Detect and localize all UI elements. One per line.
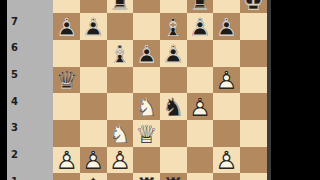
square-f5[interactable] <box>187 67 214 94</box>
white-pawn-glyph-fill: ♟ <box>80 148 107 175</box>
square-f2[interactable] <box>187 147 214 174</box>
square-f6[interactable] <box>187 40 214 67</box>
square-a7[interactable]: ♟♙ <box>53 13 80 40</box>
black-pawn-e6[interactable]: ♟♙ <box>160 40 187 67</box>
square-c8[interactable]: ♜♖ <box>107 0 134 13</box>
black-knight-e4[interactable]: ♞♘ <box>160 93 187 120</box>
white-knight-d4[interactable]: ♞♘ <box>133 93 160 120</box>
black-pawn-glyph-outline: ♙ <box>53 14 80 41</box>
black-rook-glyph-fill: ♜ <box>107 0 134 14</box>
square-e3[interactable] <box>160 120 187 147</box>
white-knight-glyph-fill: ♞ <box>107 121 134 148</box>
black-pawn-f7[interactable]: ♟♙ <box>187 13 214 40</box>
square-h1[interactable] <box>240 173 267 180</box>
black-pawn-d6[interactable]: ♟♙ <box>133 40 160 67</box>
black-pawn-glyph-fill: ♟ <box>160 41 187 68</box>
black-pawn-glyph-outline: ♙ <box>187 14 214 41</box>
square-b5[interactable] <box>80 67 107 94</box>
white-queen-glyph-fill: ♛ <box>133 121 160 148</box>
chess-board: ♜♖♜♖♚♔♟♙♟♙♝♗♟♙♟♙♝♗♟♙♟♙♛♕♟♙♞♘♞♘♟♙♞♘♛♕♟♙♟♙… <box>53 0 266 180</box>
board-right-edge <box>267 0 271 180</box>
square-b6[interactable] <box>80 40 107 67</box>
black-knight-glyph-outline: ♘ <box>160 94 187 121</box>
white-pawn-glyph-outline: ♙ <box>80 148 107 175</box>
square-a4[interactable] <box>53 93 80 120</box>
square-h8[interactable]: ♚♔ <box>240 0 267 13</box>
rank-label-8: 8 <box>8 0 21 1</box>
black-queen-glyph-outline: ♕ <box>53 68 80 95</box>
rank-label-4: 4 <box>8 96 21 108</box>
black-pawn-g7[interactable]: ♟♙ <box>213 13 240 40</box>
square-h3[interactable] <box>240 120 267 147</box>
square-d3[interactable]: ♛♕ <box>133 120 160 147</box>
black-rook-c8[interactable]: ♜♖ <box>107 0 134 13</box>
black-pawn-b7[interactable]: ♟♙ <box>80 13 107 40</box>
black-pawn-glyph-fill: ♟ <box>53 14 80 41</box>
square-c1[interactable] <box>107 173 134 180</box>
white-rook-glyph-outline: ♖ <box>133 174 160 180</box>
square-c2[interactable]: ♟♙ <box>107 147 134 174</box>
square-c3[interactable]: ♞♘ <box>107 120 134 147</box>
white-rook-e1[interactable]: ♜♖ <box>160 173 187 180</box>
white-knight-c3[interactable]: ♞♘ <box>107 120 134 147</box>
black-pawn-glyph-fill: ♟ <box>80 14 107 41</box>
rank-label-3: 3 <box>8 122 21 134</box>
black-pawn-glyph-fill: ♟ <box>133 41 160 68</box>
white-pawn-glyph-outline: ♙ <box>107 148 134 175</box>
white-king-glyph-outline: ♔ <box>80 174 107 180</box>
square-d4[interactable]: ♞♘ <box>133 93 160 120</box>
white-pawn-glyph-outline: ♙ <box>53 148 80 175</box>
black-bishop-glyph-outline: ♗ <box>107 41 134 68</box>
white-pawn-glyph-fill: ♟ <box>53 148 80 175</box>
square-c6[interactable]: ♝♗ <box>107 40 134 67</box>
white-pawn-glyph-outline: ♙ <box>213 68 240 95</box>
white-pawn-glyph-fill: ♟ <box>187 94 214 121</box>
square-b1[interactable]: ♚♔ <box>80 173 107 180</box>
square-c5[interactable] <box>107 67 134 94</box>
square-d1[interactable]: ♜♖ <box>133 173 160 180</box>
square-b8[interactable] <box>80 0 107 13</box>
square-f3[interactable] <box>187 120 214 147</box>
black-pawn-glyph-outline: ♙ <box>160 41 187 68</box>
black-queen-glyph-fill: ♛ <box>53 68 80 95</box>
black-pawn-glyph-outline: ♙ <box>213 14 240 41</box>
white-rook-glyph-fill: ♜ <box>133 174 160 180</box>
rank-label-1: 1 <box>8 176 21 180</box>
square-d8[interactable] <box>133 0 160 13</box>
square-h4[interactable] <box>240 93 267 120</box>
square-d7[interactable] <box>133 13 160 40</box>
square-h7[interactable] <box>240 13 267 40</box>
white-pawn-b2[interactable]: ♟♙ <box>80 147 107 174</box>
white-pawn-glyph-fill: ♟ <box>213 68 240 95</box>
black-rook-f8[interactable]: ♜♖ <box>187 0 214 13</box>
rank-label-5: 5 <box>8 69 21 81</box>
white-rook-glyph-outline: ♖ <box>160 174 187 180</box>
square-g3[interactable] <box>213 120 240 147</box>
black-rook-glyph-outline: ♖ <box>107 0 134 14</box>
black-king-h8[interactable]: ♚♔ <box>240 0 267 13</box>
black-queen-a5[interactable]: ♛♕ <box>53 67 80 94</box>
square-g7[interactable]: ♟♙ <box>213 13 240 40</box>
black-bishop-glyph-outline: ♗ <box>160 14 187 41</box>
white-pawn-g5[interactable]: ♟♙ <box>213 67 240 94</box>
white-pawn-glyph-fill: ♟ <box>107 148 134 175</box>
black-king-glyph-fill: ♚ <box>240 0 267 14</box>
square-e8[interactable] <box>160 0 187 13</box>
black-pawn-glyph-outline: ♙ <box>80 14 107 41</box>
white-queen-d3[interactable]: ♛♕ <box>133 120 160 147</box>
black-pawn-a7[interactable]: ♟♙ <box>53 13 80 40</box>
white-knight-glyph-fill: ♞ <box>133 94 160 121</box>
square-g8[interactable] <box>213 0 240 13</box>
square-a2[interactable]: ♟♙ <box>53 147 80 174</box>
white-knight-glyph-outline: ♘ <box>133 94 160 121</box>
square-h6[interactable] <box>240 40 267 67</box>
square-b7[interactable]: ♟♙ <box>80 13 107 40</box>
black-bishop-c6[interactable]: ♝♗ <box>107 40 134 67</box>
white-knight-glyph-outline: ♘ <box>107 121 134 148</box>
square-a8[interactable] <box>53 0 80 13</box>
white-pawn-c2[interactable]: ♟♙ <box>107 147 134 174</box>
square-g2[interactable]: ♟♙ <box>213 147 240 174</box>
white-king-glyph-fill: ♚ <box>80 174 107 180</box>
black-pawn-glyph-fill: ♟ <box>213 14 240 41</box>
square-d2[interactable] <box>133 147 160 174</box>
black-pawn-glyph-outline: ♙ <box>133 41 160 68</box>
white-queen-glyph-outline: ♕ <box>133 121 160 148</box>
rank-label-2: 2 <box>8 149 21 161</box>
square-a1[interactable] <box>53 173 80 180</box>
white-rook-d1[interactable]: ♜♖ <box>133 173 160 180</box>
black-king-glyph-outline: ♔ <box>240 0 267 14</box>
square-b4[interactable] <box>80 93 107 120</box>
white-pawn-g2[interactable]: ♟♙ <box>213 147 240 174</box>
black-pawn-glyph-fill: ♟ <box>187 14 214 41</box>
square-f4[interactable]: ♟♙ <box>187 93 214 120</box>
black-bishop-glyph-fill: ♝ <box>107 41 134 68</box>
white-pawn-f4[interactable]: ♟♙ <box>187 93 214 120</box>
square-a6[interactable] <box>53 40 80 67</box>
rank-label-7: 7 <box>8 16 21 28</box>
square-c4[interactable] <box>107 93 134 120</box>
square-f7[interactable]: ♟♙ <box>187 13 214 40</box>
white-pawn-glyph-outline: ♙ <box>213 148 240 175</box>
square-g1[interactable] <box>213 173 240 180</box>
square-e7[interactable]: ♝♗ <box>160 13 187 40</box>
white-pawn-glyph-outline: ♙ <box>187 94 214 121</box>
square-e1[interactable]: ♜♖ <box>160 173 187 180</box>
square-a5[interactable]: ♛♕ <box>53 67 80 94</box>
white-pawn-glyph-fill: ♟ <box>213 148 240 175</box>
square-a3[interactable] <box>53 120 80 147</box>
black-rook-glyph-fill: ♜ <box>187 0 214 14</box>
black-bishop-e7[interactable]: ♝♗ <box>160 13 187 40</box>
black-bishop-glyph-fill: ♝ <box>160 14 187 41</box>
white-king-b1[interactable]: ♚♔ <box>80 173 107 180</box>
square-h5[interactable] <box>240 67 267 94</box>
rank-label-6: 6 <box>8 42 21 54</box>
square-g5[interactable]: ♟♙ <box>213 67 240 94</box>
black-rook-glyph-outline: ♖ <box>187 0 214 14</box>
square-d5[interactable] <box>133 67 160 94</box>
square-f8[interactable]: ♜♖ <box>187 0 214 13</box>
square-g6[interactable] <box>213 40 240 67</box>
square-e2[interactable] <box>160 147 187 174</box>
square-c7[interactable] <box>107 13 134 40</box>
black-knight-glyph-fill: ♞ <box>160 94 187 121</box>
white-rook-glyph-fill: ♜ <box>160 174 187 180</box>
square-h2[interactable] <box>240 147 267 174</box>
square-e6[interactable]: ♟♙ <box>160 40 187 67</box>
square-e5[interactable] <box>160 67 187 94</box>
square-d6[interactable]: ♟♙ <box>133 40 160 67</box>
white-pawn-a2[interactable]: ♟♙ <box>53 147 80 174</box>
square-f1[interactable] <box>187 173 214 180</box>
square-e4[interactable]: ♞♘ <box>160 93 187 120</box>
square-b2[interactable]: ♟♙ <box>80 147 107 174</box>
chess-diagram-screenshot: ♜♖♜♖♚♔♟♙♟♙♝♗♟♙♟♙♝♗♟♙♟♙♛♕♟♙♞♘♞♘♟♙♞♘♛♕♟♙♟♙… <box>0 0 320 180</box>
square-b3[interactable] <box>80 120 107 147</box>
square-g4[interactable] <box>213 93 240 120</box>
